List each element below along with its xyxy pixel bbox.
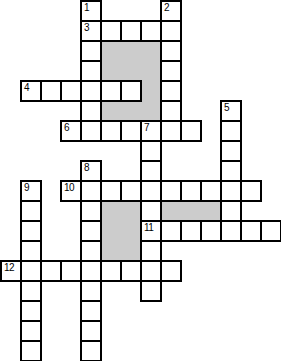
shaded-cell-r4c7 bbox=[142, 82, 162, 102]
cell-r13c8[interactable] bbox=[160, 260, 182, 282]
cell-r6c4[interactable] bbox=[80, 120, 102, 142]
cell-r8c4[interactable]: 8 bbox=[80, 160, 102, 182]
cell-r1c6[interactable] bbox=[120, 20, 142, 42]
cell-r3c8[interactable] bbox=[160, 60, 182, 82]
cell-r9c7[interactable] bbox=[140, 180, 162, 202]
cell-r15c4[interactable] bbox=[80, 300, 102, 322]
cell-r17c1[interactable] bbox=[20, 340, 42, 361]
cell-r15c1[interactable] bbox=[20, 300, 42, 322]
shaded-cell-r3c6 bbox=[122, 62, 142, 82]
clue-number-11: 11 bbox=[144, 223, 153, 232]
cell-r14c7[interactable] bbox=[140, 280, 162, 302]
cell-r4c5[interactable] bbox=[100, 80, 122, 102]
cell-r13c3[interactable] bbox=[60, 260, 82, 282]
clue-number-7: 7 bbox=[144, 123, 149, 132]
cell-r11c10[interactable] bbox=[200, 220, 222, 242]
shaded-cell-r2c5 bbox=[102, 42, 122, 62]
clue-number-4: 4 bbox=[24, 83, 29, 92]
cell-r9c1[interactable]: 9 bbox=[20, 180, 42, 202]
cell-r10c4[interactable] bbox=[80, 200, 102, 222]
cell-r10c1[interactable] bbox=[20, 200, 42, 222]
cell-r5c8[interactable] bbox=[160, 100, 182, 122]
cell-r9c8[interactable] bbox=[160, 180, 182, 202]
shaded-cell-r5c7 bbox=[142, 102, 162, 122]
cell-r6c9[interactable] bbox=[180, 120, 202, 142]
cell-r6c5[interactable] bbox=[100, 120, 122, 142]
cell-r13c6[interactable] bbox=[120, 260, 142, 282]
cell-r11c1[interactable] bbox=[20, 220, 42, 242]
cell-r10c11[interactable] bbox=[220, 200, 242, 222]
cell-r16c4[interactable] bbox=[80, 320, 102, 342]
cell-r8c7[interactable] bbox=[140, 160, 162, 182]
shaded-cell-r10c6 bbox=[122, 202, 142, 222]
clue-number-1: 1 bbox=[84, 3, 89, 12]
cell-r4c8[interactable] bbox=[160, 80, 182, 102]
shaded-cell-r11c5 bbox=[102, 222, 122, 242]
cell-r6c7[interactable]: 7 bbox=[140, 120, 162, 142]
shaded-cell-r10c8 bbox=[162, 202, 182, 222]
shaded-cell-r10c9 bbox=[182, 202, 202, 222]
cell-r9c5[interactable] bbox=[100, 180, 122, 202]
clue-number-9: 9 bbox=[24, 183, 29, 192]
shaded-cell-r12c5 bbox=[102, 242, 122, 262]
cell-r13c7[interactable] bbox=[140, 260, 162, 282]
cell-r0c4[interactable]: 1 bbox=[80, 0, 102, 22]
cell-r4c6[interactable] bbox=[120, 80, 142, 102]
cell-r13c2[interactable] bbox=[40, 260, 62, 282]
cell-r9c3[interactable]: 10 bbox=[60, 180, 82, 202]
cell-r6c3[interactable]: 6 bbox=[60, 120, 82, 142]
cell-r1c7[interactable] bbox=[140, 20, 162, 42]
cell-r9c11[interactable] bbox=[220, 180, 242, 202]
cell-r9c9[interactable] bbox=[180, 180, 202, 202]
clue-number-2: 2 bbox=[164, 3, 169, 12]
shaded-cell-r12c6 bbox=[122, 242, 142, 262]
cell-r17c4[interactable] bbox=[80, 340, 102, 361]
cell-r7c7[interactable] bbox=[140, 140, 162, 162]
cell-r1c5[interactable] bbox=[100, 20, 122, 42]
cell-r11c8[interactable] bbox=[160, 220, 182, 242]
clue-number-8: 8 bbox=[84, 163, 89, 172]
cell-r8c11[interactable] bbox=[220, 160, 242, 182]
shaded-cell-r5c6 bbox=[122, 102, 142, 122]
cell-r2c4[interactable] bbox=[80, 40, 102, 62]
cell-r11c9[interactable] bbox=[180, 220, 202, 242]
cell-r12c1[interactable] bbox=[20, 240, 42, 262]
cell-r11c11[interactable] bbox=[220, 220, 242, 242]
cell-r12c4[interactable] bbox=[80, 240, 102, 262]
shaded-cell-r11c6 bbox=[122, 222, 142, 242]
clue-number-5: 5 bbox=[224, 103, 229, 112]
cell-r6c8[interactable] bbox=[160, 120, 182, 142]
cell-r16c1[interactable] bbox=[20, 320, 42, 342]
cell-r6c11[interactable] bbox=[220, 120, 242, 142]
clue-number-12: 12 bbox=[4, 263, 14, 272]
crossword-puzzle-page: 123456789101112 bbox=[0, 0, 281, 361]
shaded-cell-r2c7 bbox=[142, 42, 162, 62]
shaded-cell-r5c5 bbox=[102, 102, 122, 122]
cell-r11c12[interactable] bbox=[240, 220, 262, 242]
cell-r3c4[interactable] bbox=[80, 60, 102, 82]
clue-number-6: 6 bbox=[64, 123, 69, 132]
cell-r9c12[interactable] bbox=[240, 180, 262, 202]
cell-r1c4[interactable]: 3 bbox=[80, 20, 102, 42]
cell-r2c8[interactable] bbox=[160, 40, 182, 62]
shaded-cell-r3c5 bbox=[102, 62, 122, 82]
cell-r14c1[interactable] bbox=[20, 280, 42, 302]
clue-number-3: 3 bbox=[84, 23, 89, 32]
cell-r7c11[interactable] bbox=[220, 140, 242, 162]
cell-r9c4[interactable] bbox=[80, 180, 102, 202]
cell-r14c4[interactable] bbox=[80, 280, 102, 302]
cell-r13c1[interactable] bbox=[20, 260, 42, 282]
cell-r11c4[interactable] bbox=[80, 220, 102, 242]
cell-r4c1[interactable]: 4 bbox=[20, 80, 42, 102]
cell-r13c5[interactable] bbox=[100, 260, 122, 282]
cell-r0c8[interactable]: 2 bbox=[160, 0, 182, 22]
cell-r5c11[interactable]: 5 bbox=[220, 100, 242, 122]
cell-r11c7[interactable]: 11 bbox=[140, 220, 162, 242]
shaded-cell-r2c6 bbox=[122, 42, 142, 62]
cell-r6c6[interactable] bbox=[120, 120, 142, 142]
cell-r4c4[interactable] bbox=[80, 80, 102, 102]
cell-r11c13[interactable] bbox=[260, 220, 281, 242]
cell-r4c3[interactable] bbox=[60, 80, 82, 102]
cell-r9c6[interactable] bbox=[120, 180, 142, 202]
cell-r12c7[interactable] bbox=[140, 240, 162, 262]
cell-r13c4[interactable] bbox=[80, 260, 102, 282]
cell-r13c0[interactable]: 12 bbox=[0, 260, 22, 282]
cell-r1c8[interactable] bbox=[160, 20, 182, 42]
cell-r5c4[interactable] bbox=[80, 100, 102, 122]
cell-r9c10[interactable] bbox=[200, 180, 222, 202]
clue-number-10: 10 bbox=[64, 183, 74, 192]
cell-r10c7[interactable] bbox=[140, 200, 162, 222]
crossword-board: 123456789101112 bbox=[0, 0, 281, 361]
cell-r4c2[interactable] bbox=[40, 80, 62, 102]
shaded-cell-r10c5 bbox=[102, 202, 122, 222]
shaded-cell-r3c7 bbox=[142, 62, 162, 82]
shaded-cell-r10c10 bbox=[202, 202, 222, 222]
